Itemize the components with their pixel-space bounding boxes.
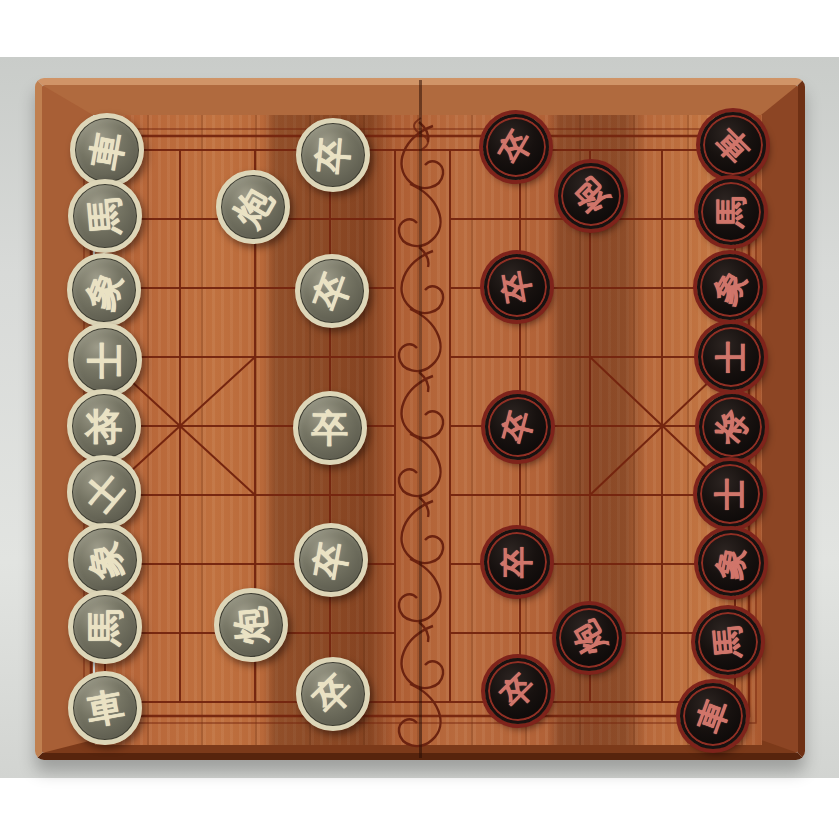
piece-glyph: 卒: [312, 410, 349, 447]
piece-light-advisor-bottom[interactable]: 士: [67, 455, 141, 529]
piece-glyph: 車: [86, 129, 129, 172]
piece-glyph: 士: [715, 341, 747, 373]
piece-glyph: 炮: [228, 182, 279, 233]
piece-light-soldier-3[interactable]: 卒: [293, 391, 367, 465]
piece-glyph: 卒: [310, 539, 353, 582]
piece-glyph: 炮: [567, 616, 611, 660]
piece-glyph: 卒: [313, 135, 353, 175]
piece-glyph: 象: [80, 266, 127, 313]
piece-glyph: 卒: [308, 267, 355, 314]
piece-glyph: 将: [709, 404, 754, 449]
piece-glyph: 象: [708, 265, 752, 309]
piece-dark-cannon-top[interactable]: 炮: [558, 163, 624, 229]
piece-glyph: 馬: [87, 609, 124, 646]
piece-dark-advisor-bottom[interactable]: 士: [697, 461, 763, 527]
piece-light-soldier-2[interactable]: 卒: [295, 254, 369, 328]
piece-glyph: 士: [78, 466, 130, 518]
piece-dark-soldier-3[interactable]: 卒: [485, 394, 551, 460]
piece-light-cannon-top[interactable]: 炮: [216, 170, 290, 244]
piece-glyph: 馬: [711, 625, 746, 660]
piece-glyph: 卒: [498, 407, 537, 446]
piece-dark-soldier-2[interactable]: 卒: [484, 254, 550, 320]
piece-light-advisor-top[interactable]: 士: [68, 323, 142, 397]
piece-glyph: 馬: [715, 196, 747, 228]
piece-glyph: 卒: [495, 668, 540, 713]
piece-dark-general[interactable]: 将: [699, 394, 765, 460]
piece-dark-soldier-5[interactable]: 卒: [485, 658, 551, 724]
piece-glyph: 象: [712, 544, 749, 581]
piece-light-horse-top[interactable]: 馬: [68, 179, 142, 253]
piece-glyph: 炮: [568, 173, 613, 218]
piece-glyph: 士: [87, 342, 124, 379]
piece-dark-soldier-1[interactable]: 卒: [483, 114, 549, 180]
piece-dark-advisor-top[interactable]: 士: [698, 324, 764, 390]
piece-glyph: 炮: [231, 605, 271, 645]
piece-glyph: 卒: [307, 668, 359, 720]
piece-light-cannon-bottom[interactable]: 炮: [214, 588, 288, 662]
piece-dark-soldier-4[interactable]: 卒: [484, 529, 550, 595]
piece-glyph: 士: [714, 478, 746, 510]
piece-glyph: 将: [86, 408, 123, 445]
piece-glyph: 車: [84, 687, 127, 730]
board-surface: [95, 115, 762, 745]
piece-dark-horse-top[interactable]: 馬: [698, 179, 764, 245]
piece-dark-chariot-bottom[interactable]: 車: [680, 683, 746, 749]
piece-dark-horse-bottom[interactable]: 馬: [695, 609, 761, 675]
piece-dark-chariot-top[interactable]: 車: [700, 112, 766, 178]
piece-glyph: 卒: [501, 546, 533, 578]
piece-glyph: 馬: [85, 196, 125, 236]
piece-light-soldier-4[interactable]: 卒: [294, 523, 368, 597]
piece-light-chariot-bottom[interactable]: 車: [68, 671, 142, 745]
piece-glyph: 卒: [498, 268, 535, 305]
board-fold-seam: [419, 80, 422, 758]
piece-glyph: 車: [692, 695, 733, 736]
piece-light-soldier-5[interactable]: 卒: [296, 657, 370, 731]
piece-light-elephant-top[interactable]: 象: [67, 253, 141, 327]
xiangqi-board-photo: 車馬象士将士象馬車炮炮卒卒卒卒卒卒卒卒卒卒炮炮車馬象士将士象馬車: [0, 0, 839, 839]
piece-light-elephant-bottom[interactable]: 象: [68, 523, 142, 597]
piece-dark-elephant-top[interactable]: 象: [697, 254, 763, 320]
piece-dark-cannon-bottom[interactable]: 炮: [556, 605, 622, 671]
piece-glyph: 卒: [494, 125, 538, 169]
piece-light-soldier-1[interactable]: 卒: [296, 118, 370, 192]
piece-light-general[interactable]: 将: [67, 389, 141, 463]
piece-light-horse-bottom[interactable]: 馬: [68, 590, 142, 664]
piece-glyph: 象: [84, 539, 127, 582]
piece-dark-elephant-bottom[interactable]: 象: [698, 530, 764, 596]
piece-light-chariot-top[interactable]: 車: [70, 113, 144, 187]
piece-glyph: 車: [710, 122, 755, 167]
